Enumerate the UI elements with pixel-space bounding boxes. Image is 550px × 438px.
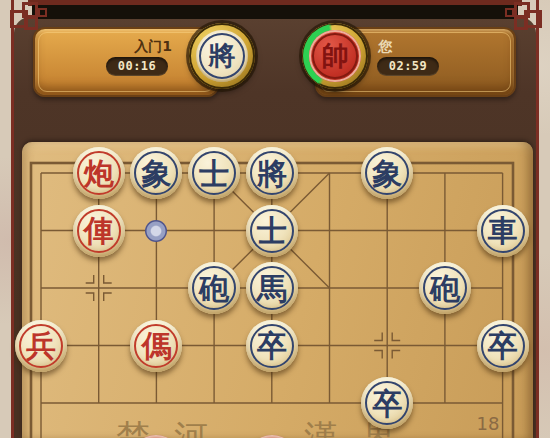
piece-glyph: 俥 <box>84 215 114 246</box>
player-avatar-piece: 帥 <box>309 30 361 82</box>
piece-red-炮[interactable]: 炮 <box>73 147 125 199</box>
piece-black-士[interactable]: 士 <box>246 205 298 257</box>
piece-black-砲[interactable]: 砲 <box>419 262 471 314</box>
piece-black-砲[interactable]: 砲 <box>188 262 240 314</box>
opponent-name: 入门1 <box>80 38 172 54</box>
piece-glyph: 士 <box>257 215 287 246</box>
xiangqi-app: { "game": "xiangqi", "header": { "oppone… <box>0 0 550 438</box>
piece-glyph: 兵 <box>26 330 56 361</box>
piece-red-傌[interactable]: 傌 <box>130 320 182 372</box>
opponent-avatar[interactable]: 將 <box>189 23 255 89</box>
piece-black-卒[interactable]: 卒 <box>246 320 298 372</box>
piece-glyph: 砲 <box>430 273 460 304</box>
piece-glyph: 卒 <box>257 330 287 361</box>
piece-black-象[interactable]: 象 <box>130 147 182 199</box>
piece-glyph: 卒 <box>488 330 518 361</box>
piece-partial-red[interactable] <box>246 435 298 438</box>
piece-partial-red[interactable] <box>130 435 182 438</box>
piece-glyph: 象 <box>372 158 402 189</box>
piece-glyph: 將 <box>257 158 287 189</box>
opponent-timer: 00:16 <box>106 57 168 76</box>
corner-ornament-right <box>504 2 544 34</box>
piece-black-馬[interactable]: 馬 <box>246 262 298 314</box>
player-name: 您 <box>378 38 392 54</box>
last-move-marker <box>145 220 167 242</box>
player-avatar-glyph: 帥 <box>322 43 349 70</box>
player-avatar[interactable]: 帥 <box>302 23 368 89</box>
piece-black-卒[interactable]: 卒 <box>361 377 413 429</box>
opponent-avatar-glyph: 將 <box>209 43 236 70</box>
opponent-avatar-piece: 將 <box>196 30 248 82</box>
piece-black-卒[interactable]: 卒 <box>477 320 529 372</box>
piece-glyph: 士 <box>199 158 229 189</box>
pieces-layer: 炮象士將象俥士車砲馬砲兵傌卒卒卒 <box>0 0 550 438</box>
piece-red-俥[interactable]: 俥 <box>73 205 125 257</box>
piece-glyph: 砲 <box>199 273 229 304</box>
piece-red-兵[interactable]: 兵 <box>15 320 67 372</box>
piece-glyph: 炮 <box>84 158 114 189</box>
piece-black-將[interactable]: 將 <box>246 147 298 199</box>
piece-glyph: 傌 <box>141 330 171 361</box>
piece-black-士[interactable]: 士 <box>188 147 240 199</box>
player-timer: 02:59 <box>377 57 439 76</box>
piece-black-車[interactable]: 車 <box>477 205 529 257</box>
corner-ornament-left <box>8 2 48 34</box>
piece-glyph: 象 <box>141 158 171 189</box>
piece-black-象[interactable]: 象 <box>361 147 413 199</box>
piece-glyph: 卒 <box>372 388 402 419</box>
piece-glyph: 馬 <box>257 273 287 304</box>
piece-glyph: 車 <box>488 215 518 246</box>
